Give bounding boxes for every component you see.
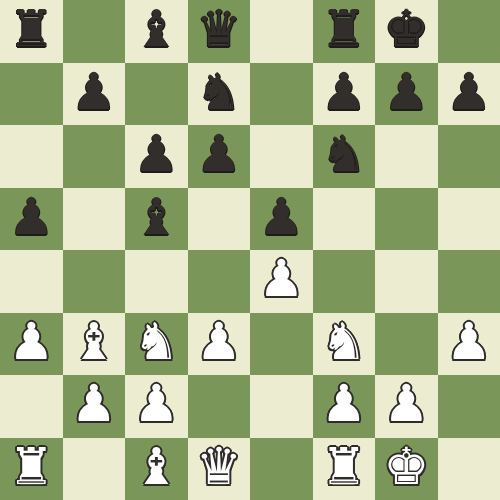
- square-e6[interactable]: [250, 125, 313, 188]
- square-b8[interactable]: [63, 0, 126, 63]
- square-e7[interactable]: [250, 63, 313, 126]
- white-pawn[interactable]: ♟: [196, 311, 242, 374]
- square-g2[interactable]: ♟: [375, 375, 438, 438]
- black-pawn[interactable]: ♟: [383, 61, 429, 124]
- square-h4[interactable]: [438, 250, 500, 313]
- square-b2[interactable]: ♟: [63, 375, 126, 438]
- white-pawn[interactable]: ♟: [258, 248, 304, 311]
- white-knight[interactable]: ♞: [133, 311, 179, 374]
- black-rook[interactable]: ♜: [8, 0, 54, 61]
- square-a3[interactable]: ♟: [0, 313, 63, 376]
- square-d4[interactable]: [188, 250, 251, 313]
- black-pawn[interactable]: ♟: [196, 123, 242, 186]
- square-d8[interactable]: ♛: [188, 0, 251, 63]
- square-f1[interactable]: ♜: [313, 438, 376, 500]
- white-knight[interactable]: ♞: [321, 311, 367, 374]
- white-king[interactable]: ♚: [383, 436, 429, 499]
- white-pawn[interactable]: ♟: [71, 373, 117, 436]
- square-a4[interactable]: [0, 250, 63, 313]
- square-e4[interactable]: ♟: [250, 250, 313, 313]
- square-f4[interactable]: [313, 250, 376, 313]
- square-c7[interactable]: [125, 63, 188, 126]
- square-b4[interactable]: [63, 250, 126, 313]
- square-a1[interactable]: ♜: [0, 438, 63, 500]
- square-h3[interactable]: ♟: [438, 313, 500, 376]
- white-pawn[interactable]: ♟: [383, 373, 429, 436]
- square-a8[interactable]: ♜: [0, 0, 63, 63]
- square-h1[interactable]: [438, 438, 500, 500]
- square-d5[interactable]: [188, 188, 251, 251]
- square-b3[interactable]: ♝: [63, 313, 126, 376]
- square-b5[interactable]: [63, 188, 126, 251]
- square-c6[interactable]: ♟: [125, 125, 188, 188]
- square-c8[interactable]: ♝: [125, 0, 188, 63]
- black-pawn[interactable]: ♟: [133, 123, 179, 186]
- black-knight[interactable]: ♞: [196, 61, 242, 124]
- square-a5[interactable]: ♟: [0, 188, 63, 251]
- black-pawn[interactable]: ♟: [258, 186, 304, 249]
- square-f7[interactable]: ♟: [313, 63, 376, 126]
- square-g8[interactable]: ♚: [375, 0, 438, 63]
- square-f3[interactable]: ♞: [313, 313, 376, 376]
- white-bishop[interactable]: ♝: [71, 311, 117, 374]
- white-bishop[interactable]: ♝: [133, 436, 179, 499]
- square-d6[interactable]: ♟: [188, 125, 251, 188]
- square-a2[interactable]: [0, 375, 63, 438]
- white-pawn[interactable]: ♟: [8, 311, 54, 374]
- square-g7[interactable]: ♟: [375, 63, 438, 126]
- square-f8[interactable]: ♜: [313, 0, 376, 63]
- square-f2[interactable]: ♟: [313, 375, 376, 438]
- white-pawn[interactable]: ♟: [446, 311, 492, 374]
- square-e8[interactable]: [250, 0, 313, 63]
- black-pawn[interactable]: ♟: [8, 186, 54, 249]
- square-g1[interactable]: ♚: [375, 438, 438, 500]
- black-bishop[interactable]: ♝: [133, 0, 179, 61]
- square-g3[interactable]: [375, 313, 438, 376]
- black-king[interactable]: ♚: [383, 0, 429, 61]
- square-c4[interactable]: [125, 250, 188, 313]
- square-f6[interactable]: ♞: [313, 125, 376, 188]
- black-knight[interactable]: ♞: [321, 123, 367, 186]
- black-queen[interactable]: ♛: [196, 0, 242, 61]
- square-d3[interactable]: ♟: [188, 313, 251, 376]
- square-c3[interactable]: ♞: [125, 313, 188, 376]
- white-pawn[interactable]: ♟: [321, 373, 367, 436]
- black-pawn[interactable]: ♟: [446, 61, 492, 124]
- square-c5[interactable]: ♝: [125, 188, 188, 251]
- square-b7[interactable]: ♟: [63, 63, 126, 126]
- square-h5[interactable]: [438, 188, 500, 251]
- white-queen[interactable]: ♛: [196, 436, 242, 499]
- square-a7[interactable]: [0, 63, 63, 126]
- square-d7[interactable]: ♞: [188, 63, 251, 126]
- white-pawn[interactable]: ♟: [133, 373, 179, 436]
- square-h2[interactable]: [438, 375, 500, 438]
- square-b6[interactable]: [63, 125, 126, 188]
- black-pawn[interactable]: ♟: [71, 61, 117, 124]
- square-h8[interactable]: [438, 0, 500, 63]
- square-g6[interactable]: [375, 125, 438, 188]
- square-g5[interactable]: [375, 188, 438, 251]
- square-e1[interactable]: [250, 438, 313, 500]
- square-b1[interactable]: [63, 438, 126, 500]
- black-rook[interactable]: ♜: [321, 0, 367, 61]
- square-c2[interactable]: ♟: [125, 375, 188, 438]
- square-a6[interactable]: [0, 125, 63, 188]
- square-c1[interactable]: ♝: [125, 438, 188, 500]
- square-g4[interactable]: [375, 250, 438, 313]
- square-e3[interactable]: [250, 313, 313, 376]
- square-h7[interactable]: ♟: [438, 63, 500, 126]
- square-d1[interactable]: ♛: [188, 438, 251, 500]
- black-bishop[interactable]: ♝: [133, 186, 179, 249]
- black-pawn[interactable]: ♟: [321, 61, 367, 124]
- white-rook[interactable]: ♜: [321, 436, 367, 499]
- square-e2[interactable]: [250, 375, 313, 438]
- square-f5[interactable]: [313, 188, 376, 251]
- square-d2[interactable]: [188, 375, 251, 438]
- square-h6[interactable]: [438, 125, 500, 188]
- chess-board: ♜♝♛♜♚♟♞♟♟♟♟♟♞♟♝♟♟♟♝♞♟♞♟♟♟♟♟♜♝♛♜♚: [0, 0, 500, 500]
- white-rook[interactable]: ♜: [8, 436, 54, 499]
- square-e5[interactable]: ♟: [250, 188, 313, 251]
